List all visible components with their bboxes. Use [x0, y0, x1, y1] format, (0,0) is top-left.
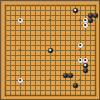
stone-white-r8	[83, 58, 88, 63]
stone-white-d4	[18, 78, 23, 83]
stone-black-p3	[73, 83, 78, 88]
move-number-mark	[19, 19, 21, 21]
grid-line-vertical	[75, 5, 76, 96]
move-number-mark	[84, 24, 86, 26]
grid-line-horizontal	[5, 10, 96, 11]
grid-line-horizontal	[5, 90, 96, 91]
hoshi-point	[79, 19, 81, 21]
grid-line-vertical	[55, 5, 56, 96]
stone-black-k10	[48, 48, 53, 53]
grid-line-horizontal	[5, 55, 96, 56]
grid-line-horizontal	[5, 40, 96, 41]
stone-white-r16	[83, 18, 88, 23]
grid-line-vertical	[70, 5, 71, 96]
grid-line-horizontal	[5, 25, 96, 26]
stone-black-o5	[68, 73, 73, 78]
grid-line-vertical	[95, 5, 96, 96]
grid-line-vertical	[5, 5, 6, 96]
grid-line-vertical	[60, 5, 61, 96]
move-number-mark	[19, 79, 21, 81]
move-number-mark	[84, 64, 86, 66]
grid-line-horizontal	[5, 70, 96, 71]
grid-line-horizontal	[5, 75, 96, 76]
grid-line-horizontal	[5, 95, 96, 96]
stone-white-r15	[83, 23, 88, 28]
grid-line-vertical	[80, 5, 81, 96]
move-number-mark	[79, 44, 81, 46]
grid-line-vertical	[65, 5, 66, 96]
stone-white-q11	[78, 43, 83, 48]
stone-black-n5	[63, 73, 68, 78]
move-number-mark	[49, 49, 51, 51]
grid-line-horizontal	[5, 5, 96, 6]
move-number-mark	[79, 59, 81, 61]
grid-line-horizontal	[5, 30, 96, 31]
grid-line-vertical	[30, 5, 31, 96]
go-app-window	[0, 0, 100, 100]
hoshi-point	[49, 79, 51, 81]
grid-line-horizontal	[5, 35, 96, 36]
grid-line-horizontal	[5, 85, 96, 86]
go-board[interactable]	[0, 0, 100, 100]
stone-black-s16	[88, 18, 93, 23]
grid-line-vertical	[25, 5, 26, 96]
grid-line-vertical	[15, 5, 16, 96]
move-number-mark	[84, 59, 86, 61]
stone-black-s17	[88, 13, 93, 18]
stone-black-t17	[93, 13, 98, 18]
hoshi-point	[49, 19, 51, 21]
grid-line-horizontal	[5, 15, 96, 16]
stone-black-r6	[83, 68, 88, 73]
stone-white-d16	[18, 18, 23, 23]
hoshi-point	[79, 79, 81, 81]
grid-line-vertical	[10, 5, 11, 96]
grid-line-horizontal	[5, 65, 96, 66]
move-number-mark	[74, 9, 76, 11]
stone-white-q8	[78, 58, 83, 63]
move-number-mark	[84, 19, 86, 21]
hoshi-point	[19, 49, 21, 51]
grid-line-vertical	[40, 5, 41, 96]
grid-line-vertical	[45, 5, 46, 96]
stone-black-p18	[73, 8, 78, 13]
stone-black-r7	[83, 63, 88, 68]
hoshi-point	[79, 49, 81, 51]
grid-line-vertical	[35, 5, 36, 96]
